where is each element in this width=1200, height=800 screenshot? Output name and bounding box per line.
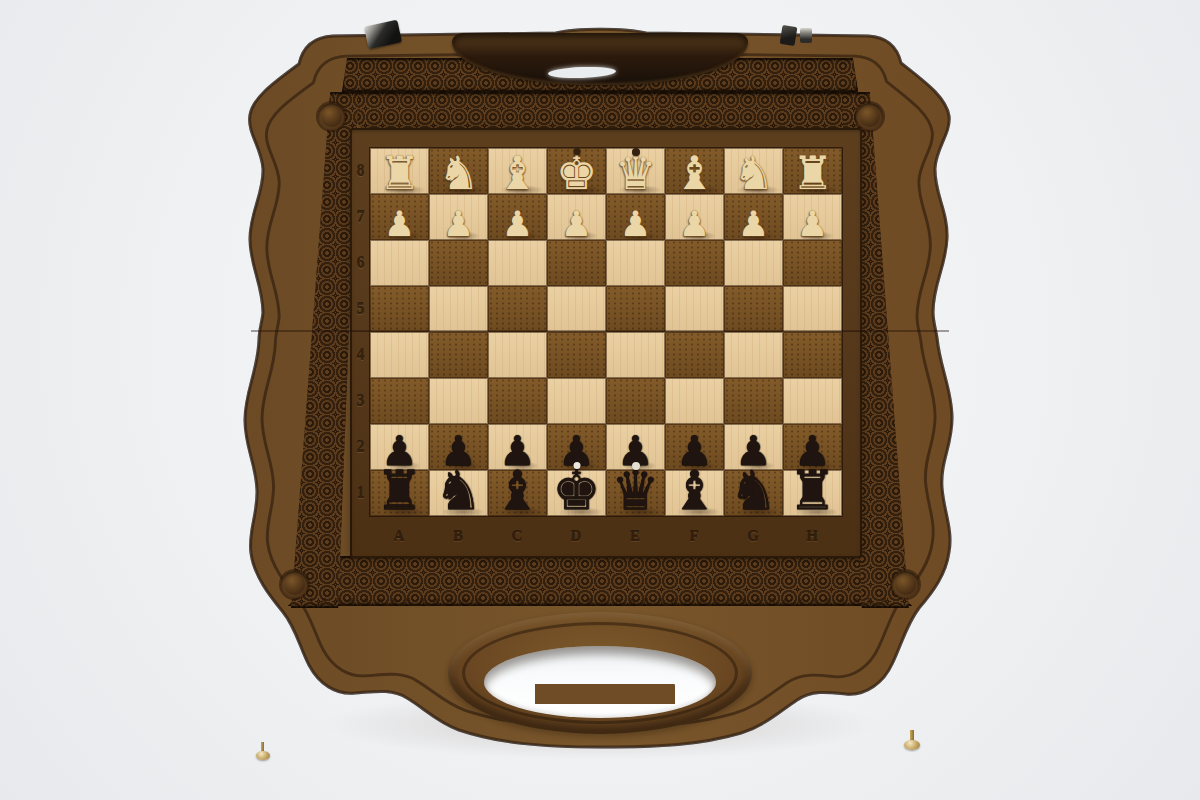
black-rook-a1[interactable]: ♜	[370, 464, 429, 518]
square-f6[interactable]	[665, 240, 724, 286]
file-label-c: C	[488, 522, 547, 550]
square-d4[interactable]	[547, 332, 606, 378]
white-pawn-h7[interactable]: ♟	[783, 207, 842, 242]
square-h3[interactable]	[783, 378, 842, 424]
corner-medallion-bottom-right	[892, 571, 919, 598]
square-a5[interactable]	[370, 286, 429, 332]
white-bishop-f8[interactable]: ♝	[665, 150, 724, 196]
square-e4[interactable]	[606, 332, 665, 378]
black-queen-e1[interactable]: ♛	[606, 464, 665, 518]
corner-medallion-bottom-left	[281, 571, 308, 598]
square-e3[interactable]	[606, 378, 665, 424]
file-label-e: E	[606, 522, 665, 550]
square-b3[interactable]	[429, 378, 488, 424]
white-rook-a8[interactable]: ♜	[370, 150, 429, 196]
white-queen-e8[interactable]: ♛	[606, 150, 665, 196]
white-knight-g8[interactable]: ♞	[724, 150, 783, 196]
photo-stage: 87654321 ABCDEFGH ♜♞♝♚♛♝♞♜♟♟♟♟♟♟♟♟♟♟♟♟♟♟…	[0, 0, 1200, 800]
black-bishop-c1[interactable]: ♝	[488, 464, 547, 518]
square-e5[interactable]	[606, 286, 665, 332]
corner-medallion-top-left	[318, 103, 345, 130]
black-knight-b1[interactable]: ♞	[429, 464, 488, 518]
square-d5[interactable]	[547, 286, 606, 332]
square-h5[interactable]	[783, 286, 842, 332]
rank-label-2: 2	[352, 424, 369, 470]
rank-label-8: 8	[352, 148, 369, 194]
file-label-h: H	[783, 522, 842, 550]
bottom-handle-hole	[484, 646, 716, 718]
black-knight-g1[interactable]: ♞	[724, 464, 783, 518]
white-bishop-c8[interactable]: ♝	[488, 150, 547, 196]
black-bishop-f1[interactable]: ♝	[665, 464, 724, 518]
white-pawn-c7[interactable]: ♟	[488, 207, 547, 242]
hinge-clasp-right[interactable]	[780, 25, 798, 46]
square-d6[interactable]	[547, 240, 606, 286]
white-pawn-a7[interactable]: ♟	[370, 207, 429, 242]
screw-head	[256, 751, 270, 760]
square-a4[interactable]	[370, 332, 429, 378]
rank-label-1: 1	[352, 470, 369, 516]
scallop-engraving	[310, 598, 890, 607]
white-knight-b8[interactable]: ♞	[429, 150, 488, 196]
square-a3[interactable]	[370, 378, 429, 424]
square-c3[interactable]	[488, 378, 547, 424]
white-rook-h8[interactable]: ♜	[783, 150, 842, 196]
black-king-d1[interactable]: ♚	[547, 464, 606, 518]
black-rook-h1[interactable]: ♜	[783, 464, 842, 518]
file-label-f: F	[665, 522, 724, 550]
white-pawn-d7[interactable]: ♟	[547, 207, 606, 242]
square-c5[interactable]	[488, 286, 547, 332]
square-f5[interactable]	[665, 286, 724, 332]
corner-medallion-top-right	[856, 103, 883, 130]
fold-seam-on-board	[350, 331, 862, 332]
screw-head	[904, 740, 920, 750]
square-g6[interactable]	[724, 240, 783, 286]
file-label-g: G	[724, 522, 783, 550]
square-g4[interactable]	[724, 332, 783, 378]
file-label-d: D	[547, 522, 606, 550]
square-a6[interactable]	[370, 240, 429, 286]
hinge-clasp-right-knob	[800, 28, 812, 43]
white-pawn-g7[interactable]: ♟	[724, 207, 783, 242]
file-label-b: B	[429, 522, 488, 550]
square-h6[interactable]	[783, 240, 842, 286]
foot-screw-right	[904, 730, 920, 752]
white-king-finial	[573, 148, 580, 155]
square-g3[interactable]	[724, 378, 783, 424]
bottom-handle-inner-lip	[535, 684, 675, 704]
white-pawn-f7[interactable]: ♟	[665, 207, 724, 242]
square-g5[interactable]	[724, 286, 783, 332]
white-pawn-b7[interactable]: ♟	[429, 207, 488, 242]
white-king-d8[interactable]: ♚	[547, 150, 606, 196]
square-e6[interactable]	[606, 240, 665, 286]
square-c4[interactable]	[488, 332, 547, 378]
rank-label-3: 3	[352, 378, 369, 424]
square-b5[interactable]	[429, 286, 488, 332]
square-h4[interactable]	[783, 332, 842, 378]
white-queen-finial	[632, 148, 640, 156]
black-queen-finial	[632, 462, 640, 470]
file-label-a: A	[370, 522, 429, 550]
white-pawn-e7[interactable]: ♟	[606, 207, 665, 242]
square-b6[interactable]	[429, 240, 488, 286]
rank-label-4: 4	[352, 332, 369, 378]
square-f4[interactable]	[665, 332, 724, 378]
black-king-finial	[573, 462, 580, 469]
rank-label-7: 7	[352, 194, 369, 240]
square-d3[interactable]	[547, 378, 606, 424]
square-b4[interactable]	[429, 332, 488, 378]
square-f3[interactable]	[665, 378, 724, 424]
square-c6[interactable]	[488, 240, 547, 286]
rank-label-6: 6	[352, 240, 369, 286]
rank-label-5: 5	[352, 286, 369, 332]
foot-screw-left	[256, 742, 270, 762]
